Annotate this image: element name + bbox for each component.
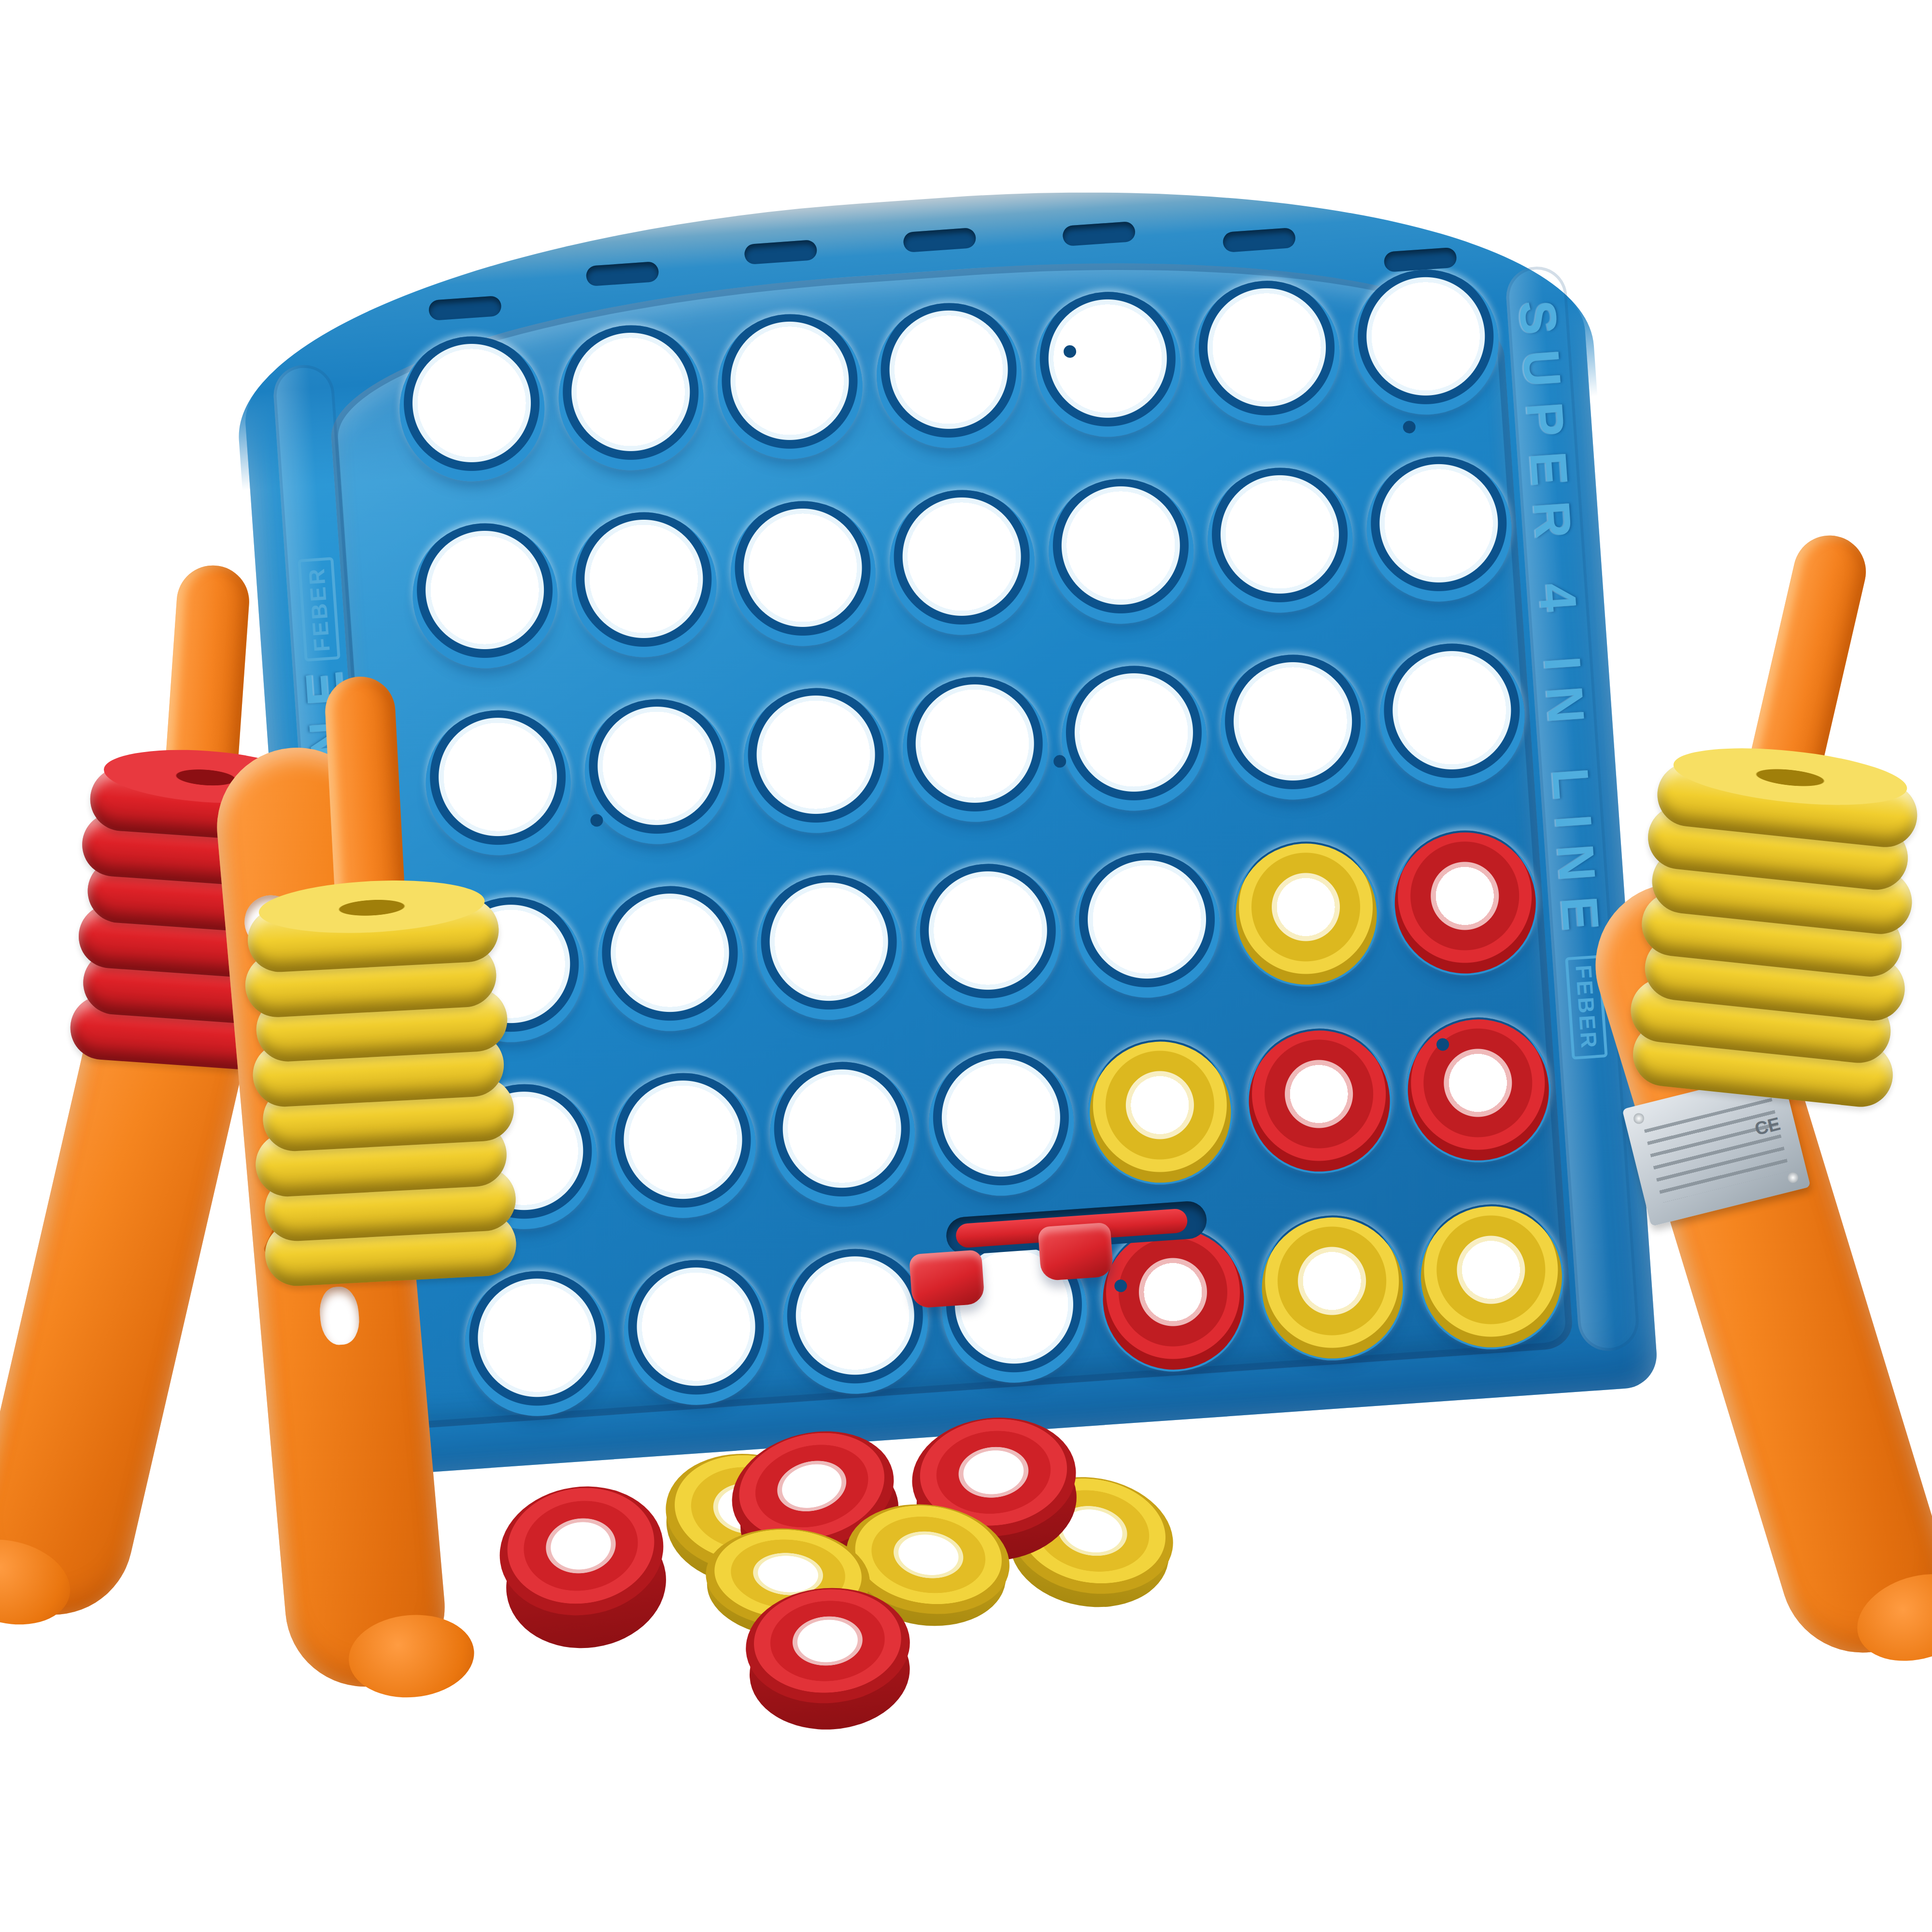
loose-red-disc-7[interactable] <box>491 1476 672 1626</box>
loose-red-disc-8[interactable] <box>742 1582 914 1708</box>
product-photo-stage: FEBER SUPER 4 IN LINE SUPER 4 IN LINE FE… <box>0 0 1932 1932</box>
loose-discs <box>0 0 1932 1932</box>
